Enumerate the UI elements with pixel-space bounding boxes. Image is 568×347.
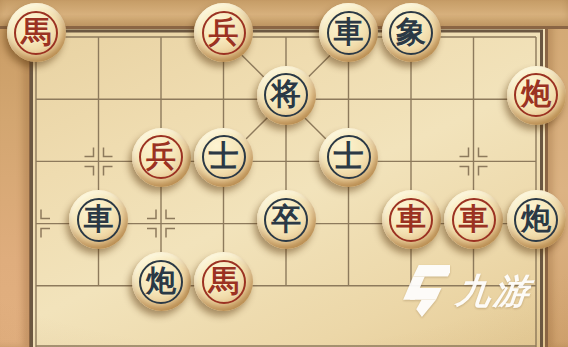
- black-advisor-glyph: 士: [334, 141, 364, 171]
- piece-face: 炮: [139, 260, 183, 304]
- red-cannon-piece[interactable]: 炮: [507, 66, 566, 125]
- red-soldier-glyph: 兵: [146, 141, 176, 171]
- black-cannon-glyph: 炮: [146, 266, 176, 296]
- red-cannon-glyph: 炮: [521, 79, 551, 109]
- piece-face: 馬: [14, 11, 58, 55]
- red-soldier-piece[interactable]: 兵: [194, 3, 253, 62]
- red-chariot-glyph: 車: [396, 204, 426, 234]
- piece-face: 卒: [264, 198, 308, 242]
- black-advisor-glyph: 士: [209, 141, 239, 171]
- xiangqi-game-screenshot: 馬兵車象将炮兵士士車卒車車炮炮馬 九游: [0, 0, 568, 347]
- red-horse-glyph: 馬: [209, 266, 239, 296]
- black-soldier-glyph: 卒: [271, 204, 301, 234]
- black-elephant-piece[interactable]: 象: [382, 3, 441, 62]
- red-horse-piece[interactable]: 馬: [194, 252, 253, 311]
- piece-face: 兵: [202, 11, 246, 55]
- black-elephant-glyph: 象: [396, 17, 426, 47]
- red-chariot-glyph: 車: [459, 204, 489, 234]
- black-chariot-glyph: 車: [334, 17, 364, 47]
- piece-face: 車: [77, 198, 121, 242]
- black-advisor-piece[interactable]: 士: [194, 128, 253, 187]
- red-horse-piece[interactable]: 馬: [7, 3, 66, 62]
- black-general-glyph: 将: [271, 79, 301, 109]
- black-advisor-piece[interactable]: 士: [319, 128, 378, 187]
- piece-face: 車: [389, 198, 433, 242]
- piece-face: 炮: [514, 73, 558, 117]
- piece-layer: 馬兵車象将炮兵士士車卒車車炮炮馬: [5, 2, 568, 313]
- piece-face: 士: [327, 135, 371, 179]
- black-chariot-piece[interactable]: 車: [69, 190, 128, 249]
- piece-face: 車: [327, 11, 371, 55]
- piece-face: 将: [264, 73, 308, 117]
- black-cannon-glyph: 炮: [521, 204, 551, 234]
- red-soldier-piece[interactable]: 兵: [132, 128, 191, 187]
- red-horse-glyph: 馬: [21, 17, 51, 47]
- black-cannon-piece[interactable]: 炮: [132, 252, 191, 311]
- red-chariot-piece[interactable]: 車: [444, 190, 503, 249]
- black-soldier-piece[interactable]: 卒: [257, 190, 316, 249]
- piece-face: 車: [452, 198, 496, 242]
- piece-face: 象: [389, 11, 433, 55]
- red-chariot-piece[interactable]: 車: [382, 190, 441, 249]
- black-chariot-glyph: 車: [84, 204, 114, 234]
- piece-face: 炮: [514, 198, 558, 242]
- piece-face: 馬: [202, 260, 246, 304]
- piece-face: 士: [202, 135, 246, 179]
- red-soldier-glyph: 兵: [209, 17, 239, 47]
- black-general-piece[interactable]: 将: [257, 66, 316, 125]
- piece-face: 兵: [139, 135, 183, 179]
- black-chariot-piece[interactable]: 車: [319, 3, 378, 62]
- black-cannon-piece[interactable]: 炮: [507, 190, 566, 249]
